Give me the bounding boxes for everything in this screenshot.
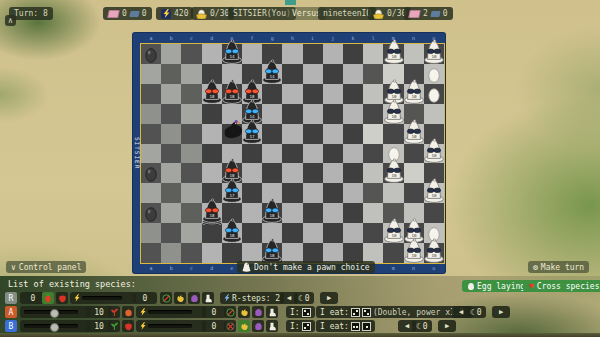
- black-creature-blue[interactable]: 17: [221, 178, 243, 205]
- black-creature-red[interactable]: 18: [221, 79, 243, 106]
- no-plants-icon[interactable]: [224, 306, 236, 318]
- square-8-9[interactable]: [282, 203, 302, 223]
- square-3-9[interactable]: [181, 203, 201, 223]
- i-label: I:: [290, 322, 300, 331]
- svg-text:17: 17: [250, 134, 256, 139]
- apple-icon[interactable]: [56, 292, 68, 304]
- eat-pattern-icon: [351, 322, 360, 331]
- square-7-3[interactable]: [262, 84, 282, 104]
- black-creature-red[interactable]: 18: [201, 198, 223, 225]
- square-1-4[interactable]: [141, 104, 161, 124]
- game-screen: Turn: 8 ∧ 0 0 420 0/30 SITSIER(You) Vers…: [0, 0, 600, 337]
- svg-text:10: 10: [431, 253, 437, 258]
- fruit-icon[interactable]: [122, 306, 134, 318]
- square-8-1[interactable]: [282, 44, 302, 64]
- square-12-9[interactable]: [363, 203, 383, 223]
- square-7-4[interactable]: [262, 104, 282, 124]
- species-row-r: R 0 0 R-steps: 2 ◀ ☾0 ▶: [0, 292, 600, 305]
- column-label: a: [150, 264, 153, 273]
- black-creature-blue[interactable]: 17: [241, 119, 263, 146]
- square-11-8[interactable]: [343, 183, 363, 203]
- square-9-6[interactable]: [303, 144, 323, 164]
- column-label: b: [170, 34, 173, 43]
- pink-resource-icon: [408, 10, 421, 18]
- turn-label: Turn: 8: [14, 9, 48, 18]
- square-11-6[interactable]: [343, 144, 363, 164]
- your-eggs-value: 0/30: [210, 9, 229, 18]
- species-badge-a[interactable]: A: [5, 306, 17, 318]
- egg-laying-label: Egg laying: [477, 282, 525, 291]
- make-turn-label: Make turn: [541, 263, 584, 272]
- square-7-6[interactable]: [262, 144, 282, 164]
- brain-icon[interactable]: [188, 292, 200, 304]
- a-moon-pill: ☾0: [466, 306, 486, 318]
- square-6-1[interactable]: [242, 44, 262, 64]
- moon-icon: ☾: [416, 322, 421, 331]
- player-name: SITSIER(You): [233, 9, 291, 18]
- square-9-9[interactable]: [303, 203, 323, 223]
- square-10-3[interactable]: [323, 84, 343, 104]
- svg-text:18: 18: [229, 94, 235, 99]
- square-9-4[interactable]: [303, 104, 323, 124]
- square-8-10[interactable]: [282, 223, 302, 243]
- svg-text:18: 18: [209, 94, 215, 99]
- white-creature[interactable]: 10: [423, 238, 445, 265]
- left-player-board-label: SITSIER: [133, 33, 141, 273]
- brain-icon[interactable]: [252, 320, 264, 332]
- square-12-8[interactable]: [363, 183, 383, 203]
- square-8-7[interactable]: [282, 163, 302, 183]
- square-13-11[interactable]: [383, 243, 403, 263]
- your-energy-pill: 420: [156, 7, 193, 20]
- cross-species-button[interactable]: ♥ Cross species: [523, 280, 600, 292]
- column-label: c: [190, 264, 193, 273]
- heart-icon: ♥: [529, 282, 534, 291]
- pawn-choice-hint: Don't make a pawn choice: [237, 261, 375, 273]
- a-moon-value: 0: [477, 308, 482, 317]
- square-14-8[interactable]: [404, 183, 424, 203]
- square-1-10[interactable]: [141, 223, 161, 243]
- square-13-8[interactable]: [383, 183, 403, 203]
- species-row-b: B 10 0 I: I eat: ◀ ☾0: [0, 320, 600, 333]
- eat-label: I eat:: [320, 322, 349, 331]
- square-14-6[interactable]: [404, 144, 424, 164]
- square-12-7[interactable]: [363, 163, 383, 183]
- b-energy-track: [148, 324, 192, 328]
- make-turn-button[interactable]: ⚙ Make turn: [528, 261, 589, 273]
- square-10-7[interactable]: [323, 163, 343, 183]
- game-board: abcdefghijklmno abcdefghijklmno SITSIER …: [133, 33, 445, 273]
- left-arrow-icon: ◀: [287, 294, 291, 302]
- square-7-7[interactable]: [262, 163, 282, 183]
- square-11-2[interactable]: [343, 64, 363, 84]
- white-creature[interactable]: 10: [403, 79, 425, 106]
- pink-resource-icon: [107, 10, 120, 18]
- b-slider[interactable]: [20, 320, 90, 332]
- square-10-10[interactable]: [323, 223, 343, 243]
- svg-text:10: 10: [391, 54, 397, 59]
- right-arrow-icon: ▶: [499, 308, 503, 316]
- b-energy-bar[interactable]: [136, 320, 206, 332]
- white-egg[interactable]: [423, 79, 445, 106]
- black-creature-blue[interactable]: 18: [221, 218, 243, 245]
- white-creature[interactable]: 10: [423, 138, 445, 165]
- square-2-8[interactable]: [161, 183, 181, 203]
- white-creature[interactable]: 10: [383, 99, 405, 126]
- svg-text:10: 10: [391, 233, 397, 238]
- opponent-name: nineteenIQ: [323, 9, 371, 18]
- r-steps-pill: R-steps: 2: [220, 292, 284, 304]
- svg-text:10: 10: [411, 94, 417, 99]
- square-6-11[interactable]: [242, 243, 262, 263]
- cross-species-label: Cross species: [537, 282, 600, 291]
- strawberry-icon[interactable]: [42, 292, 54, 304]
- square-11-11[interactable]: [343, 243, 363, 263]
- a-slider-knob[interactable]: [50, 309, 59, 318]
- b-next-button[interactable]: ▶: [438, 320, 456, 332]
- square-3-8[interactable]: [181, 183, 201, 203]
- square-3-2[interactable]: [181, 64, 201, 84]
- square-9-10[interactable]: [303, 223, 323, 243]
- square-12-1[interactable]: [363, 44, 383, 64]
- r-moon-value: 0: [305, 294, 310, 303]
- square-6-8[interactable]: [242, 183, 262, 203]
- square-12-11[interactable]: [363, 243, 383, 263]
- your-resources-pill: 0 0: [103, 7, 152, 20]
- a-count: 10: [94, 308, 104, 317]
- square-12-10[interactable]: [363, 223, 383, 243]
- r-energy-value-pill: 0: [133, 292, 157, 304]
- square-2-4[interactable]: [161, 104, 181, 124]
- column-label: h: [291, 34, 294, 43]
- a-energy-bar[interactable]: [136, 306, 206, 318]
- square-10-11[interactable]: [323, 243, 343, 263]
- svg-text:18: 18: [209, 213, 215, 218]
- square-6-7[interactable]: [242, 163, 262, 183]
- square-8-4[interactable]: [282, 104, 302, 124]
- square-9-8[interactable]: [303, 183, 323, 203]
- white-creature[interactable]: 10: [403, 238, 425, 265]
- egg-laying-button[interactable]: Egg laying: [462, 280, 531, 292]
- move-pattern-icon: [302, 322, 311, 331]
- square-12-4[interactable]: [363, 104, 383, 124]
- r-energy-bar[interactable]: [70, 292, 136, 304]
- column-label: i: [311, 34, 314, 43]
- column-label: k: [351, 34, 354, 43]
- r-energy-track: [82, 296, 122, 300]
- b-moon-pill: ☾0: [412, 320, 432, 332]
- square-4-5[interactable]: [202, 124, 222, 144]
- column-label: f: [251, 34, 254, 43]
- column-label: m: [392, 264, 395, 273]
- your-blue-count: 0: [142, 9, 147, 18]
- white-creature[interactable]: 10: [383, 39, 405, 66]
- black-creature-blue[interactable]: 14: [221, 39, 243, 66]
- square-8-2[interactable]: [282, 64, 302, 84]
- square-4-4[interactable]: [202, 104, 222, 124]
- versus-text: Versus: [292, 9, 321, 18]
- boot-icon[interactable]: [266, 306, 278, 318]
- square-12-5[interactable]: [363, 124, 383, 144]
- black-creature-blue[interactable]: 18: [261, 198, 283, 225]
- column-label: g: [271, 34, 274, 43]
- a-next-button[interactable]: ▶: [492, 306, 510, 318]
- green-sprout-icon[interactable]: [108, 320, 120, 332]
- square-8-11[interactable]: [282, 243, 302, 263]
- b-moon-value: 0: [423, 322, 428, 331]
- svg-text:14: 14: [229, 54, 235, 59]
- moon-icon: ☾: [470, 308, 475, 317]
- right-arrow-icon: ▶: [327, 294, 331, 302]
- square-9-3[interactable]: [303, 84, 323, 104]
- column-label: d: [210, 34, 213, 43]
- blue-resource-icon: [430, 11, 440, 17]
- square-10-4[interactable]: [323, 104, 343, 124]
- square-9-5[interactable]: [303, 124, 323, 144]
- square-3-7[interactable]: [181, 163, 201, 183]
- claw-on-green-icon[interactable]: [238, 320, 250, 332]
- control-panel-label: Control panel: [19, 263, 82, 272]
- svg-text:10: 10: [431, 193, 437, 198]
- square-9-11[interactable]: [303, 243, 323, 263]
- bottom-grass-strip: [0, 333, 600, 337]
- species-panel-title: List of existing species:: [8, 279, 136, 289]
- r-moon-pill: ☾0: [294, 292, 314, 304]
- square-6-10[interactable]: [242, 223, 262, 243]
- r-steps-label: R-steps: 2: [232, 294, 280, 303]
- species-badge-r[interactable]: R: [5, 292, 17, 304]
- square-2-10[interactable]: [161, 223, 181, 243]
- square-5-11[interactable]: [222, 243, 242, 263]
- square-2-6[interactable]: [161, 144, 181, 164]
- opponent-resources-pill: 2 0: [404, 7, 453, 20]
- column-label: d: [210, 264, 213, 273]
- svg-text:18: 18: [270, 213, 276, 218]
- square-8-5[interactable]: [282, 124, 302, 144]
- a-move-pattern-pill[interactable]: I:: [286, 306, 315, 318]
- square-4-10[interactable]: [202, 223, 222, 243]
- column-label: c: [190, 34, 193, 43]
- species-badge-b[interactable]: B: [5, 320, 17, 332]
- square-3-3[interactable]: [181, 84, 201, 104]
- square-10-1[interactable]: [323, 44, 343, 64]
- square-3-11[interactable]: [181, 243, 201, 263]
- eat-pattern-icon: [362, 308, 371, 317]
- square-1-5[interactable]: [141, 124, 161, 144]
- square-12-3[interactable]: [363, 84, 383, 104]
- square-11-9[interactable]: [343, 203, 363, 223]
- svg-text:17: 17: [229, 193, 235, 198]
- column-label: o: [432, 264, 435, 273]
- square-2-9[interactable]: [161, 203, 181, 223]
- claw-icon[interactable]: [174, 292, 186, 304]
- column-label: j: [331, 34, 334, 43]
- square-2-3[interactable]: [161, 84, 181, 104]
- your-energy-value: 420: [174, 9, 188, 18]
- black-egg[interactable]: [140, 198, 162, 225]
- boot-icon[interactable]: [266, 320, 278, 332]
- b-move-pattern-pill[interactable]: I:: [286, 320, 315, 332]
- b-energy-value-pill: 0: [202, 320, 226, 332]
- b-eat-pill[interactable]: I eat:: [316, 320, 375, 332]
- white-creature[interactable]: 10: [423, 178, 445, 205]
- white-creature[interactable]: 10: [403, 119, 425, 146]
- square-11-3[interactable]: [343, 84, 363, 104]
- right-arrow-icon: ▶: [445, 322, 449, 330]
- a-slider[interactable]: [20, 306, 90, 318]
- square-3-4[interactable]: [181, 104, 201, 124]
- column-label: n: [412, 34, 415, 43]
- blue-resource-icon: [129, 11, 139, 17]
- square-10-6[interactable]: [323, 144, 343, 164]
- egg-nest-icon: [196, 9, 207, 19]
- b-slider-knob[interactable]: [50, 323, 59, 332]
- square-11-1[interactable]: [343, 44, 363, 64]
- notification-strip: [285, 0, 296, 5]
- no-plants-icon[interactable]: [160, 292, 172, 304]
- svg-text:10: 10: [411, 134, 417, 139]
- eat-label: I eat:: [320, 308, 349, 317]
- svg-text:10: 10: [411, 253, 417, 258]
- square-1-11[interactable]: [141, 243, 161, 263]
- square-1-3[interactable]: [141, 84, 161, 104]
- energy-bolt-icon: [161, 9, 171, 19]
- svg-text:18: 18: [229, 233, 235, 238]
- control-panel-button[interactable]: ∨ Control panel: [6, 261, 86, 273]
- black-egg[interactable]: [140, 158, 162, 185]
- square-2-1[interactable]: [161, 44, 181, 64]
- a-energy-value-pill: 0: [202, 306, 226, 318]
- square-10-9[interactable]: [323, 203, 343, 223]
- chevron-up-icon: ∧: [8, 16, 13, 25]
- square-12-2[interactable]: [363, 64, 383, 84]
- square-11-5[interactable]: [343, 124, 363, 144]
- egg-icon: [468, 283, 474, 290]
- square-14-1[interactable]: [404, 44, 424, 64]
- black-creature-red[interactable]: 18: [201, 79, 223, 106]
- square-9-2[interactable]: [303, 64, 323, 84]
- red-sprout-icon[interactable]: [108, 306, 120, 318]
- svg-text:10: 10: [391, 173, 397, 178]
- chevron-down-icon: ∨: [11, 263, 16, 272]
- square-1-2[interactable]: [141, 64, 161, 84]
- square-2-5[interactable]: [161, 124, 181, 144]
- move-pattern-icon: [302, 308, 311, 317]
- no-meat-icon[interactable]: [224, 320, 236, 332]
- your-pink-count: 0: [122, 9, 127, 18]
- b-energy-value: 0: [212, 322, 217, 331]
- square-4-6[interactable]: [202, 144, 222, 164]
- square-2-11[interactable]: [161, 243, 181, 263]
- square-15-4[interactable]: [424, 104, 444, 124]
- hint-text: Don't make a pawn choice: [254, 263, 370, 272]
- a-eat-pill[interactable]: I eat: (Double, power x1.5): [316, 306, 473, 318]
- column-label: l: [372, 34, 375, 43]
- boot-icon[interactable]: [202, 292, 214, 304]
- collapse-button[interactable]: ∧: [5, 15, 16, 26]
- square-3-6[interactable]: [181, 144, 201, 164]
- square-8-8[interactable]: [282, 183, 302, 203]
- square-11-4[interactable]: [343, 104, 363, 124]
- apple-icon[interactable]: [122, 320, 134, 332]
- black-egg[interactable]: [140, 39, 162, 66]
- square-2-7[interactable]: [161, 163, 181, 183]
- square-4-11[interactable]: [202, 243, 222, 263]
- white-creature[interactable]: 10: [383, 218, 405, 245]
- square-11-7[interactable]: [343, 163, 363, 183]
- square-4-7[interactable]: [202, 163, 222, 183]
- square-12-6[interactable]: [363, 144, 383, 164]
- a-energy-track: [148, 310, 192, 314]
- r-energy-value: 0: [143, 294, 148, 303]
- square-2-2[interactable]: [161, 64, 181, 84]
- species-panel: List of existing species: Egg laying ♥ C…: [0, 276, 600, 333]
- svg-text:10: 10: [431, 153, 437, 158]
- column-label: n: [412, 264, 415, 273]
- bird-icon: [242, 262, 251, 272]
- svg-text:18: 18: [270, 253, 276, 258]
- black-creature-blue[interactable]: 14: [261, 59, 283, 86]
- gear-icon: ⚙: [533, 263, 538, 272]
- moon-icon: ☾: [298, 294, 303, 303]
- square-4-1[interactable]: [202, 44, 222, 64]
- claw-icon[interactable]: [238, 306, 250, 318]
- brain-icon[interactable]: [252, 306, 264, 318]
- r-next-button[interactable]: ▶: [320, 292, 338, 304]
- square-10-2[interactable]: [323, 64, 343, 84]
- player-name-pill: SITSIER(You): [228, 7, 296, 20]
- left-arrow-icon: ◀: [405, 322, 409, 330]
- square-8-3[interactable]: [282, 84, 302, 104]
- egg-nest-icon: [373, 9, 384, 19]
- a-energy-value: 0: [212, 308, 217, 317]
- square-10-5[interactable]: [323, 124, 343, 144]
- opponent-blue-count: 0: [443, 9, 448, 18]
- square-9-1[interactable]: [303, 44, 323, 64]
- left-arrow-icon: ◀: [459, 308, 463, 316]
- svg-text:10: 10: [391, 114, 397, 119]
- square-6-6[interactable]: [242, 144, 262, 164]
- r-count: 0: [31, 294, 36, 303]
- species-row-a: A 10 0 I: I eat: (Double, power x1.: [0, 306, 600, 319]
- svg-text:14: 14: [270, 74, 276, 79]
- white-creature[interactable]: 10: [383, 158, 405, 185]
- eat-pattern-icon: [351, 308, 360, 317]
- square-14-7[interactable]: [404, 163, 424, 183]
- square-10-8[interactable]: [323, 183, 343, 203]
- column-label: e: [230, 264, 233, 273]
- square-6-9[interactable]: [242, 203, 262, 223]
- square-3-5[interactable]: [181, 124, 201, 144]
- column-label: b: [170, 264, 173, 273]
- square-7-5[interactable]: [262, 124, 282, 144]
- square-8-6[interactable]: [282, 144, 302, 164]
- square-11-10[interactable]: [343, 223, 363, 243]
- b-count: 10: [94, 322, 104, 331]
- eat-pattern-icon: [362, 322, 371, 331]
- square-3-1[interactable]: [181, 44, 201, 64]
- opponent-pink-count: 2: [423, 9, 428, 18]
- square-3-10[interactable]: [181, 223, 201, 243]
- square-9-7[interactable]: [303, 163, 323, 183]
- i-label: I:: [290, 308, 300, 317]
- black-bird[interactable]: [221, 119, 243, 146]
